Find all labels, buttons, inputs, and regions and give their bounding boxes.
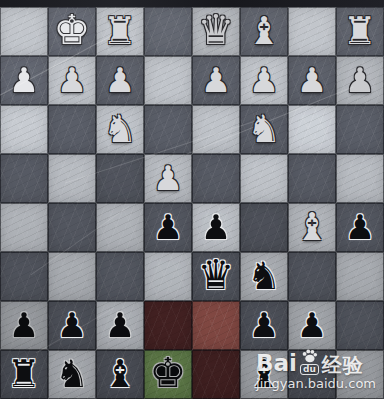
square-e5[interactable]: ♟ bbox=[144, 203, 192, 252]
white-pawn-piece[interactable]: ♟ bbox=[345, 63, 375, 97]
black-pawn-piece[interactable]: ♟ bbox=[249, 308, 279, 342]
square-h3[interactable] bbox=[0, 105, 48, 154]
square-d8[interactable] bbox=[192, 350, 240, 399]
square-d1[interactable]: ♛ bbox=[192, 7, 240, 56]
black-knight-piece[interactable]: ♞ bbox=[55, 355, 89, 393]
jingyan-cn-text: 经验 bbox=[322, 355, 364, 375]
baidu-paw-du: du bbox=[300, 349, 319, 376]
square-b6[interactable] bbox=[288, 252, 336, 301]
square-g8[interactable]: ♞ bbox=[48, 350, 96, 399]
square-d6[interactable]: ♛ bbox=[192, 252, 240, 301]
square-f1[interactable]: ♜ bbox=[96, 7, 144, 56]
white-bishop-piece[interactable]: ♝ bbox=[295, 208, 329, 246]
white-pawn-piece[interactable]: ♟ bbox=[153, 161, 183, 195]
white-knight-piece[interactable]: ♞ bbox=[103, 110, 137, 148]
square-f4[interactable] bbox=[96, 154, 144, 203]
square-e3[interactable] bbox=[144, 105, 192, 154]
square-a7[interactable] bbox=[336, 301, 384, 350]
square-b1[interactable] bbox=[288, 7, 336, 56]
square-h8[interactable]: ♜ bbox=[0, 350, 48, 399]
square-e4[interactable]: ♟ bbox=[144, 154, 192, 203]
square-a4[interactable] bbox=[336, 154, 384, 203]
square-a3[interactable] bbox=[336, 105, 384, 154]
square-g1[interactable]: ♚ bbox=[48, 7, 96, 56]
black-pawn-piece[interactable]: ♟ bbox=[201, 210, 231, 244]
square-f2[interactable]: ♟ bbox=[96, 56, 144, 105]
black-bishop-piece[interactable]: ♝ bbox=[103, 355, 137, 393]
chess-board: ♚♜♛♝♜♟♟♟♟♟♟♟♞♞♟♟♟♝♟♛♞♟♟♟♟♟♜♞♝♚♝ bbox=[0, 7, 384, 399]
square-c6[interactable]: ♞ bbox=[240, 252, 288, 301]
square-h5[interactable] bbox=[0, 203, 48, 252]
square-h1[interactable] bbox=[0, 7, 48, 56]
black-pawn-piece[interactable]: ♟ bbox=[153, 210, 183, 244]
square-g4[interactable] bbox=[48, 154, 96, 203]
square-c7[interactable]: ♟ bbox=[240, 301, 288, 350]
white-king-piece[interactable]: ♚ bbox=[54, 10, 91, 51]
square-g3[interactable] bbox=[48, 105, 96, 154]
black-pawn-piece[interactable]: ♟ bbox=[9, 308, 39, 342]
square-d3[interactable] bbox=[192, 105, 240, 154]
square-f7[interactable]: ♟ bbox=[96, 301, 144, 350]
jingyan-url-text: jingyan.baidu.com bbox=[256, 376, 376, 392]
square-h6[interactable] bbox=[0, 252, 48, 301]
black-pawn-piece[interactable]: ♟ bbox=[105, 308, 135, 342]
square-d2[interactable]: ♟ bbox=[192, 56, 240, 105]
black-knight-piece[interactable]: ♞ bbox=[247, 257, 281, 295]
square-e8[interactable]: ♚ bbox=[144, 350, 192, 399]
square-c4[interactable] bbox=[240, 154, 288, 203]
square-e1[interactable] bbox=[144, 7, 192, 56]
black-rook-piece[interactable]: ♜ bbox=[7, 355, 41, 393]
white-queen-piece[interactable]: ♛ bbox=[198, 10, 235, 51]
white-pawn-piece[interactable]: ♟ bbox=[9, 63, 39, 97]
chess-app-screenshot: ♚♜♛♝♜♟♟♟♟♟♟♟♞♞♟♟♟♝♟♛♞♟♟♟♟♟♜♞♝♚♝ Bai du 经… bbox=[0, 0, 384, 399]
square-b4[interactable] bbox=[288, 154, 336, 203]
white-rook-piece[interactable]: ♜ bbox=[343, 12, 377, 50]
white-pawn-piece[interactable]: ♟ bbox=[201, 63, 231, 97]
square-e2[interactable] bbox=[144, 56, 192, 105]
square-e7[interactable] bbox=[144, 301, 192, 350]
black-pawn-piece[interactable]: ♟ bbox=[57, 308, 87, 342]
square-f5[interactable] bbox=[96, 203, 144, 252]
square-a2[interactable]: ♟ bbox=[336, 56, 384, 105]
white-bishop-piece[interactable]: ♝ bbox=[247, 12, 281, 50]
square-b5[interactable]: ♝ bbox=[288, 203, 336, 252]
black-king-piece[interactable]: ♚ bbox=[150, 353, 187, 394]
square-e6[interactable] bbox=[144, 252, 192, 301]
square-a6[interactable] bbox=[336, 252, 384, 301]
square-c5[interactable] bbox=[240, 203, 288, 252]
baidu-jingyan-watermark: Bai du 经验 jingyan.baidu.com bbox=[256, 349, 376, 392]
square-d7[interactable] bbox=[192, 301, 240, 350]
baidu-logo: Bai du 经验 bbox=[256, 349, 376, 376]
square-g5[interactable] bbox=[48, 203, 96, 252]
white-pawn-piece[interactable]: ♟ bbox=[297, 63, 327, 97]
white-pawn-piece[interactable]: ♟ bbox=[105, 63, 135, 97]
square-c2[interactable]: ♟ bbox=[240, 56, 288, 105]
white-knight-piece[interactable]: ♞ bbox=[247, 110, 281, 148]
square-f6[interactable] bbox=[96, 252, 144, 301]
baidu-du-text: du bbox=[300, 364, 319, 376]
square-c1[interactable]: ♝ bbox=[240, 7, 288, 56]
square-f8[interactable]: ♝ bbox=[96, 350, 144, 399]
square-g2[interactable]: ♟ bbox=[48, 56, 96, 105]
square-f3[interactable]: ♞ bbox=[96, 105, 144, 154]
white-pawn-piece[interactable]: ♟ bbox=[249, 63, 279, 97]
square-c3[interactable]: ♞ bbox=[240, 105, 288, 154]
square-h7[interactable]: ♟ bbox=[0, 301, 48, 350]
square-d4[interactable] bbox=[192, 154, 240, 203]
square-g6[interactable] bbox=[48, 252, 96, 301]
square-d5[interactable]: ♟ bbox=[192, 203, 240, 252]
square-a1[interactable]: ♜ bbox=[336, 7, 384, 56]
white-rook-piece[interactable]: ♜ bbox=[103, 12, 137, 50]
black-queen-piece[interactable]: ♛ bbox=[198, 255, 235, 296]
square-h2[interactable]: ♟ bbox=[0, 56, 48, 105]
baidu-paw-icon bbox=[301, 349, 318, 363]
square-a5[interactable]: ♟ bbox=[336, 203, 384, 252]
baidu-bai-text: Bai bbox=[256, 352, 297, 375]
square-h4[interactable] bbox=[0, 154, 48, 203]
white-pawn-piece[interactable]: ♟ bbox=[57, 63, 87, 97]
square-g7[interactable]: ♟ bbox=[48, 301, 96, 350]
square-b7[interactable]: ♟ bbox=[288, 301, 336, 350]
black-pawn-piece[interactable]: ♟ bbox=[297, 308, 327, 342]
square-b2[interactable]: ♟ bbox=[288, 56, 336, 105]
square-b3[interactable] bbox=[288, 105, 336, 154]
black-pawn-piece[interactable]: ♟ bbox=[345, 210, 375, 244]
